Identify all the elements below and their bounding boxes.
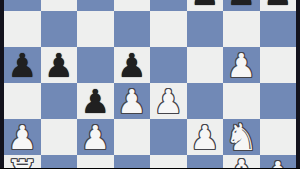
- square-a7[interactable]: [4, 0, 41, 11]
- square-g5[interactable]: ♟: [223, 47, 260, 83]
- white-knight: ♞: [225, 119, 258, 156]
- white-pawn: ♟: [226, 49, 256, 82]
- white-pawn: ♟: [153, 85, 183, 118]
- white-pawn: ♟: [80, 121, 110, 154]
- square-h6[interactable]: [260, 11, 297, 47]
- black-pawn: ♟: [80, 85, 110, 118]
- square-e2[interactable]: [150, 155, 187, 168]
- black-pawn: ♟: [226, 0, 256, 10]
- chess-diagram: ♟♟♟♟♟♟♟♟♟♟♟♟♟♞♜♝♟: [0, 0, 300, 168]
- black-pawn: ♟: [44, 49, 74, 82]
- square-b4[interactable]: [41, 83, 78, 119]
- square-g4[interactable]: [223, 83, 260, 119]
- square-a6[interactable]: [4, 11, 41, 47]
- chess-board: ♟♟♟♟♟♟♟♟♟♟♟♟♟♞♜♝♟: [4, 0, 296, 168]
- square-h3[interactable]: [260, 119, 297, 155]
- square-a3[interactable]: ♟: [4, 119, 41, 155]
- square-h5[interactable]: [260, 47, 297, 83]
- square-e5[interactable]: [150, 47, 187, 83]
- white-rook: ♜: [6, 155, 39, 169]
- square-f3[interactable]: ♟: [187, 119, 224, 155]
- square-e6[interactable]: [150, 11, 187, 47]
- white-pawn: ♟: [117, 85, 147, 118]
- square-g7[interactable]: ♟: [223, 0, 260, 11]
- square-a2[interactable]: ♜: [4, 155, 41, 168]
- square-f6[interactable]: [187, 11, 224, 47]
- black-pawn: ♟: [7, 49, 37, 82]
- square-d5[interactable]: ♟: [114, 47, 151, 83]
- square-b3[interactable]: [41, 119, 78, 155]
- square-d3[interactable]: [114, 119, 151, 155]
- black-pawn: ♟: [117, 49, 147, 82]
- square-g3[interactable]: ♞: [223, 119, 260, 155]
- square-b7[interactable]: [41, 0, 78, 11]
- square-d2[interactable]: [114, 155, 151, 168]
- black-pawn: ♟: [190, 0, 220, 10]
- square-b6[interactable]: [41, 11, 78, 47]
- square-c7[interactable]: [77, 0, 114, 11]
- square-e4[interactable]: ♟: [150, 83, 187, 119]
- square-e3[interactable]: [150, 119, 187, 155]
- square-f7[interactable]: ♟: [187, 0, 224, 11]
- square-c4[interactable]: ♟: [77, 83, 114, 119]
- square-a5[interactable]: ♟: [4, 47, 41, 83]
- white-pawn: ♟: [263, 157, 293, 169]
- white-bishop: ♝: [225, 155, 258, 169]
- square-d4[interactable]: ♟: [114, 83, 151, 119]
- white-pawn: ♟: [7, 121, 37, 154]
- square-h4[interactable]: [260, 83, 297, 119]
- square-g6[interactable]: [223, 11, 260, 47]
- square-d6[interactable]: [114, 11, 151, 47]
- square-f4[interactable]: [187, 83, 224, 119]
- square-c5[interactable]: [77, 47, 114, 83]
- square-b2[interactable]: [41, 155, 78, 168]
- square-e7[interactable]: [150, 0, 187, 11]
- square-d7[interactable]: [114, 0, 151, 11]
- square-b5[interactable]: ♟: [41, 47, 78, 83]
- square-f5[interactable]: [187, 47, 224, 83]
- square-c3[interactable]: ♟: [77, 119, 114, 155]
- square-c6[interactable]: [77, 11, 114, 47]
- square-h7[interactable]: ♟: [260, 0, 297, 11]
- square-g2[interactable]: ♝: [223, 155, 260, 168]
- square-f2[interactable]: [187, 155, 224, 168]
- square-a4[interactable]: [4, 83, 41, 119]
- square-c2[interactable]: [77, 155, 114, 168]
- black-pawn: ♟: [263, 0, 293, 10]
- square-h2[interactable]: ♟: [260, 155, 297, 168]
- white-pawn: ♟: [190, 121, 220, 154]
